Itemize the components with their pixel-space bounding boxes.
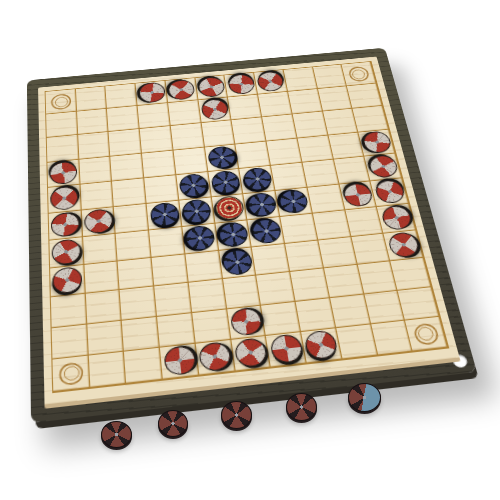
cell-g2[interactable] <box>261 302 301 336</box>
piece-attacker[interactable] <box>80 207 117 236</box>
piece-defender[interactable] <box>240 165 275 193</box>
cell-k5[interactable] <box>377 204 416 234</box>
piece-attacker[interactable] <box>305 330 337 360</box>
cell-d5[interactable] <box>149 227 185 258</box>
cell-b9[interactable] <box>78 132 111 159</box>
piece-attacker[interactable] <box>197 341 232 373</box>
piece-defender[interactable] <box>182 223 219 255</box>
cell-c2[interactable] <box>122 317 160 352</box>
cell-f6[interactable] <box>211 194 247 224</box>
cell-g9[interactable] <box>232 117 267 144</box>
cell-k7[interactable] <box>365 153 403 181</box>
piece-attacker[interactable] <box>46 235 87 270</box>
piece-attacker[interactable] <box>361 130 393 154</box>
triquetra-knot-icon <box>50 355 92 393</box>
piece-attacker[interactable] <box>226 73 257 96</box>
cell-e11[interactable] <box>165 78 198 103</box>
triquetra-knot-icon <box>342 61 376 86</box>
cell-g5[interactable] <box>248 217 285 248</box>
cell-a9[interactable] <box>47 135 79 162</box>
cell-e8[interactable] <box>173 147 208 175</box>
piece-attacker[interactable] <box>46 158 82 188</box>
cell-e9[interactable] <box>171 123 205 150</box>
cell-a4[interactable] <box>50 265 85 298</box>
cell-b4[interactable] <box>84 262 120 294</box>
cell-h3[interactable] <box>290 269 330 302</box>
piece-attacker[interactable] <box>266 331 307 367</box>
piece-attacker[interactable] <box>375 179 404 205</box>
cell-c11[interactable] <box>106 84 138 109</box>
spare-piece <box>158 410 188 437</box>
cell-e3[interactable] <box>189 280 227 313</box>
cell-g11[interactable] <box>225 73 258 98</box>
cell-d8[interactable] <box>142 150 176 178</box>
cell-k10[interactable] <box>347 84 382 109</box>
cell-b5[interactable] <box>83 234 118 265</box>
cell-k9[interactable] <box>353 106 389 132</box>
cell-f4[interactable] <box>219 248 257 280</box>
piece-attacker[interactable] <box>160 343 199 379</box>
board-frame <box>27 48 477 423</box>
piece-attacker[interactable] <box>51 267 85 294</box>
piece-attacker[interactable] <box>50 211 81 239</box>
cell-k8[interactable] <box>359 129 396 156</box>
cell-a1[interactable] <box>52 355 90 392</box>
cell-k1[interactable] <box>405 317 448 352</box>
cell-a10[interactable] <box>46 112 78 138</box>
piece-attacker[interactable] <box>199 98 230 122</box>
cell-g8[interactable] <box>236 141 271 169</box>
board-grid <box>45 61 450 393</box>
cell-b3[interactable] <box>86 290 123 324</box>
cell-h9[interactable] <box>262 115 297 141</box>
cell-h11[interactable] <box>254 70 288 95</box>
piece-defender[interactable] <box>204 143 240 172</box>
cell-b10[interactable] <box>77 109 109 135</box>
cell-c7[interactable] <box>112 178 146 207</box>
cell-h6[interactable] <box>276 188 313 217</box>
cell-b8[interactable] <box>79 156 112 184</box>
cell-e6[interactable] <box>179 197 215 227</box>
cell-d3[interactable] <box>154 283 192 316</box>
piece-attacker[interactable] <box>255 70 286 94</box>
piece-attacker[interactable] <box>165 77 198 102</box>
cell-d2[interactable] <box>157 313 195 348</box>
piece-defender[interactable] <box>218 222 249 248</box>
cell-b1[interactable] <box>88 351 126 387</box>
cell-c5[interactable] <box>116 230 152 261</box>
triquetra-knot-icon <box>407 316 447 352</box>
cell-f11[interactable] <box>195 75 228 100</box>
cell-a6[interactable] <box>49 210 83 240</box>
cell-e4[interactable] <box>185 251 222 283</box>
cell-f5[interactable] <box>215 220 252 251</box>
cell-d1[interactable] <box>160 344 199 380</box>
spare-piece <box>101 421 132 448</box>
piece-attacker[interactable] <box>137 81 166 104</box>
cell-d4[interactable] <box>152 255 189 287</box>
cell-h8[interactable] <box>267 138 303 165</box>
cell-f8[interactable] <box>205 144 240 172</box>
cell-b7[interactable] <box>80 181 114 210</box>
cell-h4[interactable] <box>285 241 324 273</box>
piece-attacker[interactable] <box>385 229 421 261</box>
piece-attacker[interactable] <box>45 183 83 213</box>
cell-f1[interactable] <box>231 336 271 372</box>
cell-h10[interactable] <box>258 92 292 118</box>
cell-k11[interactable] <box>342 62 377 86</box>
cell-d11[interactable] <box>136 81 168 106</box>
cell-g6[interactable] <box>244 191 281 221</box>
cell-i11[interactable] <box>283 67 317 92</box>
cell-b2[interactable] <box>87 320 124 355</box>
piece-attacker[interactable] <box>377 202 416 234</box>
cell-k2[interactable] <box>398 287 440 321</box>
cell-b11[interactable] <box>76 86 108 111</box>
piece-defender[interactable] <box>278 188 310 215</box>
cell-k4[interactable] <box>384 230 424 261</box>
hnefatafl-board <box>27 48 477 423</box>
cell-e10[interactable] <box>168 100 201 126</box>
cell-f9[interactable] <box>201 120 235 147</box>
cell-d6[interactable] <box>147 201 182 231</box>
cell-e1[interactable] <box>196 340 236 376</box>
cell-e2[interactable] <box>192 309 231 344</box>
cell-a7[interactable] <box>48 184 82 213</box>
cell-a5[interactable] <box>49 237 84 268</box>
cell-a3[interactable] <box>51 294 87 328</box>
cell-c10[interactable] <box>107 106 140 132</box>
cell-f3[interactable] <box>223 276 262 309</box>
cell-e5[interactable] <box>182 224 219 255</box>
cell-c8[interactable] <box>111 153 145 181</box>
piece-attacker[interactable] <box>228 305 265 338</box>
cell-c3[interactable] <box>120 287 157 321</box>
spare-piece <box>348 383 381 412</box>
board-surface <box>38 57 461 409</box>
cell-g4[interactable] <box>252 244 290 276</box>
piece-defender[interactable] <box>218 246 258 280</box>
piece-defender[interactable] <box>180 197 214 225</box>
cell-e7[interactable] <box>176 172 211 201</box>
cell-c9[interactable] <box>109 129 142 156</box>
cell-k6[interactable] <box>371 178 409 207</box>
cell-a11[interactable] <box>46 89 77 115</box>
cell-g3[interactable] <box>257 272 296 305</box>
piece-defender[interactable] <box>148 200 182 229</box>
cell-g1[interactable] <box>266 332 307 368</box>
spare-piece <box>286 393 317 421</box>
cell-h5[interactable] <box>280 214 318 244</box>
cell-c6[interactable] <box>114 204 149 234</box>
cell-c4[interactable] <box>118 258 154 290</box>
cell-b6[interactable] <box>82 207 117 237</box>
piece-defender[interactable] <box>244 190 279 219</box>
piece-attacker[interactable] <box>364 151 402 182</box>
cell-d7[interactable] <box>144 175 179 204</box>
cell-f10[interactable] <box>198 97 232 123</box>
spare-piece <box>221 401 252 429</box>
cell-f2[interactable] <box>227 305 266 339</box>
product-photo-scene <box>0 0 500 500</box>
cell-a8[interactable] <box>47 159 80 187</box>
cell-h7[interactable] <box>271 162 307 190</box>
cell-k3[interactable] <box>391 258 432 290</box>
cell-d9[interactable] <box>140 126 174 153</box>
cell-f7[interactable] <box>208 169 244 198</box>
cell-g7[interactable] <box>240 166 276 195</box>
piece-defender[interactable] <box>174 170 213 201</box>
cell-g10[interactable] <box>228 95 262 121</box>
cell-c1[interactable] <box>124 347 163 383</box>
cell-d10[interactable] <box>138 103 171 129</box>
piece-defender[interactable] <box>210 169 242 195</box>
